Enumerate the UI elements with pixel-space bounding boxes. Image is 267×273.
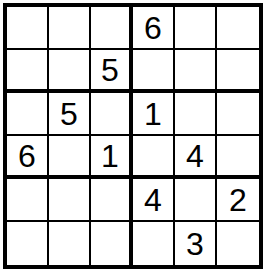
cell-r2c1[interactable] bbox=[7, 50, 49, 93]
cell-r4c4[interactable] bbox=[133, 136, 175, 179]
cell-r3c4[interactable]: 1 bbox=[133, 93, 175, 136]
cell-r6c1[interactable] bbox=[7, 222, 49, 265]
cell-r6c3[interactable] bbox=[91, 222, 133, 265]
cell-r1c4[interactable]: 6 bbox=[133, 7, 175, 50]
cell-r3c6[interactable] bbox=[217, 93, 259, 136]
cell-r1c6[interactable] bbox=[217, 7, 259, 50]
cell-r4c3[interactable]: 1 bbox=[91, 136, 133, 179]
cell-r1c3[interactable] bbox=[91, 7, 133, 50]
cell-r2c3[interactable]: 5 bbox=[91, 50, 133, 93]
cell-r4c5[interactable]: 4 bbox=[175, 136, 217, 179]
cell-r1c5[interactable] bbox=[175, 7, 217, 50]
cell-r5c1[interactable] bbox=[7, 179, 49, 222]
cell-r5c3[interactable] bbox=[91, 179, 133, 222]
cell-r6c5[interactable]: 3 bbox=[175, 222, 217, 265]
cell-r3c3[interactable] bbox=[91, 93, 133, 136]
cell-r2c2[interactable] bbox=[49, 50, 91, 93]
cell-r4c2[interactable] bbox=[49, 136, 91, 179]
cell-r2c5[interactable] bbox=[175, 50, 217, 93]
cell-r3c2[interactable]: 5 bbox=[49, 93, 91, 136]
cell-r1c1[interactable] bbox=[7, 7, 49, 50]
sudoku-board: 6551614423 bbox=[3, 3, 263, 269]
cell-r5c6[interactable]: 2 bbox=[217, 179, 259, 222]
cell-r3c5[interactable] bbox=[175, 93, 217, 136]
cell-r5c2[interactable] bbox=[49, 179, 91, 222]
cell-r2c4[interactable] bbox=[133, 50, 175, 93]
cell-r4c6[interactable] bbox=[217, 136, 259, 179]
cell-r3c1[interactable] bbox=[7, 93, 49, 136]
cell-r2c6[interactable] bbox=[217, 50, 259, 93]
page: 6551614423 bbox=[0, 0, 267, 273]
cell-r1c2[interactable] bbox=[49, 7, 91, 50]
cell-r6c4[interactable] bbox=[133, 222, 175, 265]
cell-r4c1[interactable]: 6 bbox=[7, 136, 49, 179]
cell-r6c2[interactable] bbox=[49, 222, 91, 265]
cell-r5c4[interactable]: 4 bbox=[133, 179, 175, 222]
cell-r6c6[interactable] bbox=[217, 222, 259, 265]
cell-r5c5[interactable] bbox=[175, 179, 217, 222]
